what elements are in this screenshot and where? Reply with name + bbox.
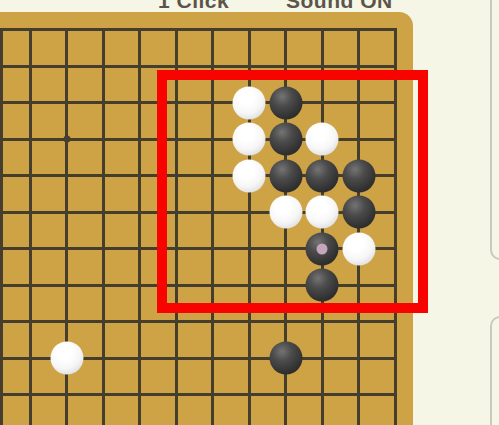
highlight-rectangle — [157, 70, 428, 313]
grid-line-horizontal — [0, 28, 397, 31]
black-stone — [269, 342, 302, 375]
grid-line-horizontal — [0, 65, 397, 68]
grid-line-vertical — [0, 29, 3, 425]
hoshi-star-point — [63, 136, 70, 143]
grid-line-vertical — [29, 29, 32, 425]
side-panel-bottom — [490, 316, 499, 425]
side-panel-top — [490, 0, 499, 260]
grid-line-horizontal — [0, 393, 397, 396]
grid-line-vertical — [102, 29, 105, 425]
click-mode-button[interactable]: 1 Click — [158, 0, 229, 13]
white-stone — [50, 342, 83, 375]
app-screen: 1 Click Sound ON — [0, 0, 499, 425]
grid-line-vertical — [138, 29, 141, 425]
toolbar: 1 Click Sound ON — [0, 0, 499, 13]
sound-toggle-button[interactable]: Sound ON — [286, 0, 393, 13]
grid-line-horizontal — [0, 320, 397, 323]
